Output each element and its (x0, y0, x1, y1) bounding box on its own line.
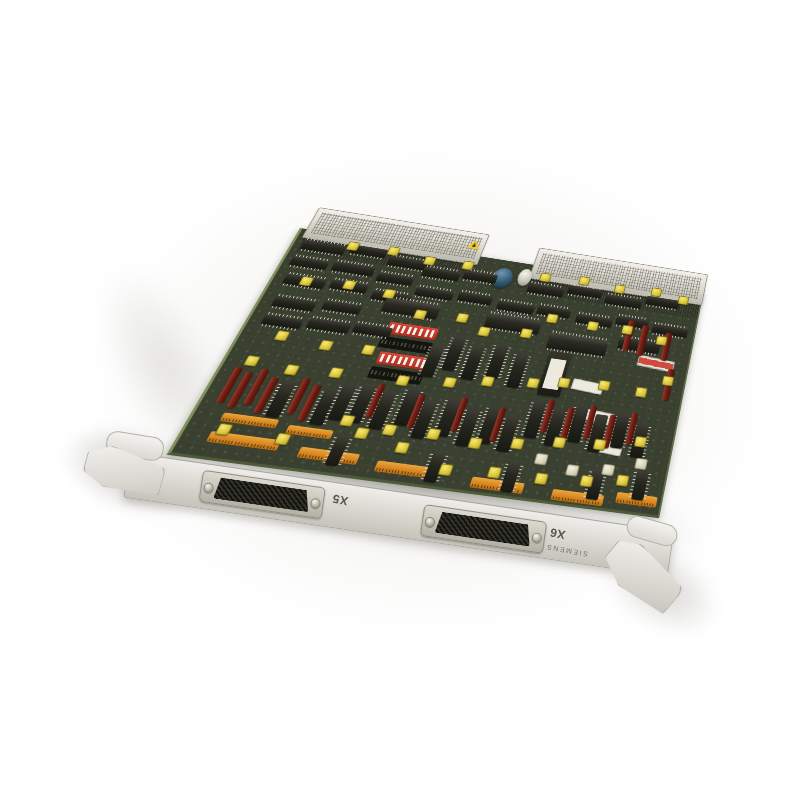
ic-chip (421, 267, 461, 282)
ic-chip (331, 261, 377, 276)
ic-chip-large (381, 297, 442, 319)
capacitor-yellow (273, 433, 292, 446)
capacitor-yellow (552, 436, 567, 448)
ejector-handle-right (608, 518, 704, 614)
capacitor-yellow (353, 427, 370, 440)
brand-text: SIEMENS (545, 543, 588, 558)
ic-chip (289, 256, 330, 270)
ic-chip (375, 272, 415, 286)
capacitor-yellow (455, 313, 470, 324)
capacitor-yellow (425, 428, 441, 440)
ic-chip (306, 318, 352, 334)
capacitor-ceramic (534, 453, 549, 466)
capacitor-yellow (614, 284, 626, 294)
ic-chip (321, 300, 363, 315)
screw (203, 482, 214, 493)
capacitor-yellow (442, 377, 458, 389)
ic-chip-large (484, 313, 543, 335)
capacitor-yellow (557, 377, 571, 388)
capacitor-ceramic (634, 458, 648, 470)
capacitor-yellow (650, 287, 662, 297)
capacitor-ceramic (601, 464, 615, 477)
ic-chip (414, 286, 455, 300)
ic-chip (631, 470, 649, 501)
ic-chip (352, 323, 394, 338)
capacitor-yellow (327, 367, 344, 379)
screw (424, 516, 435, 527)
capacitor-yellow (480, 376, 495, 388)
capacitor-yellow (519, 328, 533, 339)
ejector-handle-left (84, 434, 176, 500)
capacitor-yellow (635, 387, 648, 398)
capacitor-yellow (395, 375, 411, 387)
connector-label-x6: X6 (548, 525, 566, 542)
capacitor-yellow (533, 472, 548, 485)
ic-chip (457, 291, 494, 305)
capacitor-yellow (510, 437, 525, 449)
edge-connector-strip (285, 425, 334, 440)
capacitor-yellow (243, 355, 261, 367)
ic-chip (604, 294, 643, 309)
capacitor-yellow (381, 424, 398, 437)
capacitor-yellow (467, 437, 483, 450)
ic-chip (526, 283, 565, 298)
capacitor-yellow (486, 466, 502, 479)
screw (531, 532, 542, 543)
capacitor-yellow (283, 364, 301, 376)
ic-chip (261, 314, 304, 329)
capacitor-yellow (621, 325, 634, 335)
capacitor-yellow (655, 335, 667, 345)
ic-chip (271, 296, 317, 312)
ic-chip (462, 270, 498, 283)
capacitor-yellow (634, 436, 648, 448)
capacitor-yellow (360, 344, 376, 355)
screw (310, 498, 321, 509)
capacitor-yellow (597, 380, 611, 391)
product-photo: X5 X6 SIEMENS (0, 0, 800, 800)
capacitor-yellow (586, 321, 599, 331)
capacitor-yellow (545, 313, 559, 323)
handle-lever (596, 532, 688, 620)
capacitor-ceramic (565, 464, 580, 477)
capacitor-yellow (477, 326, 492, 337)
ic-chip (485, 344, 509, 380)
connector-label-x5: X5 (331, 491, 349, 508)
capacitor-yellow (661, 375, 674, 386)
capacitor-yellow (437, 463, 454, 476)
capacitor-yellow (615, 474, 629, 487)
capacitor-yellow (273, 330, 290, 341)
capacitor-yellow (677, 296, 689, 306)
eprom-chip (536, 351, 572, 397)
capacitor-yellow (394, 441, 411, 454)
capacitor-yellow (318, 340, 335, 351)
